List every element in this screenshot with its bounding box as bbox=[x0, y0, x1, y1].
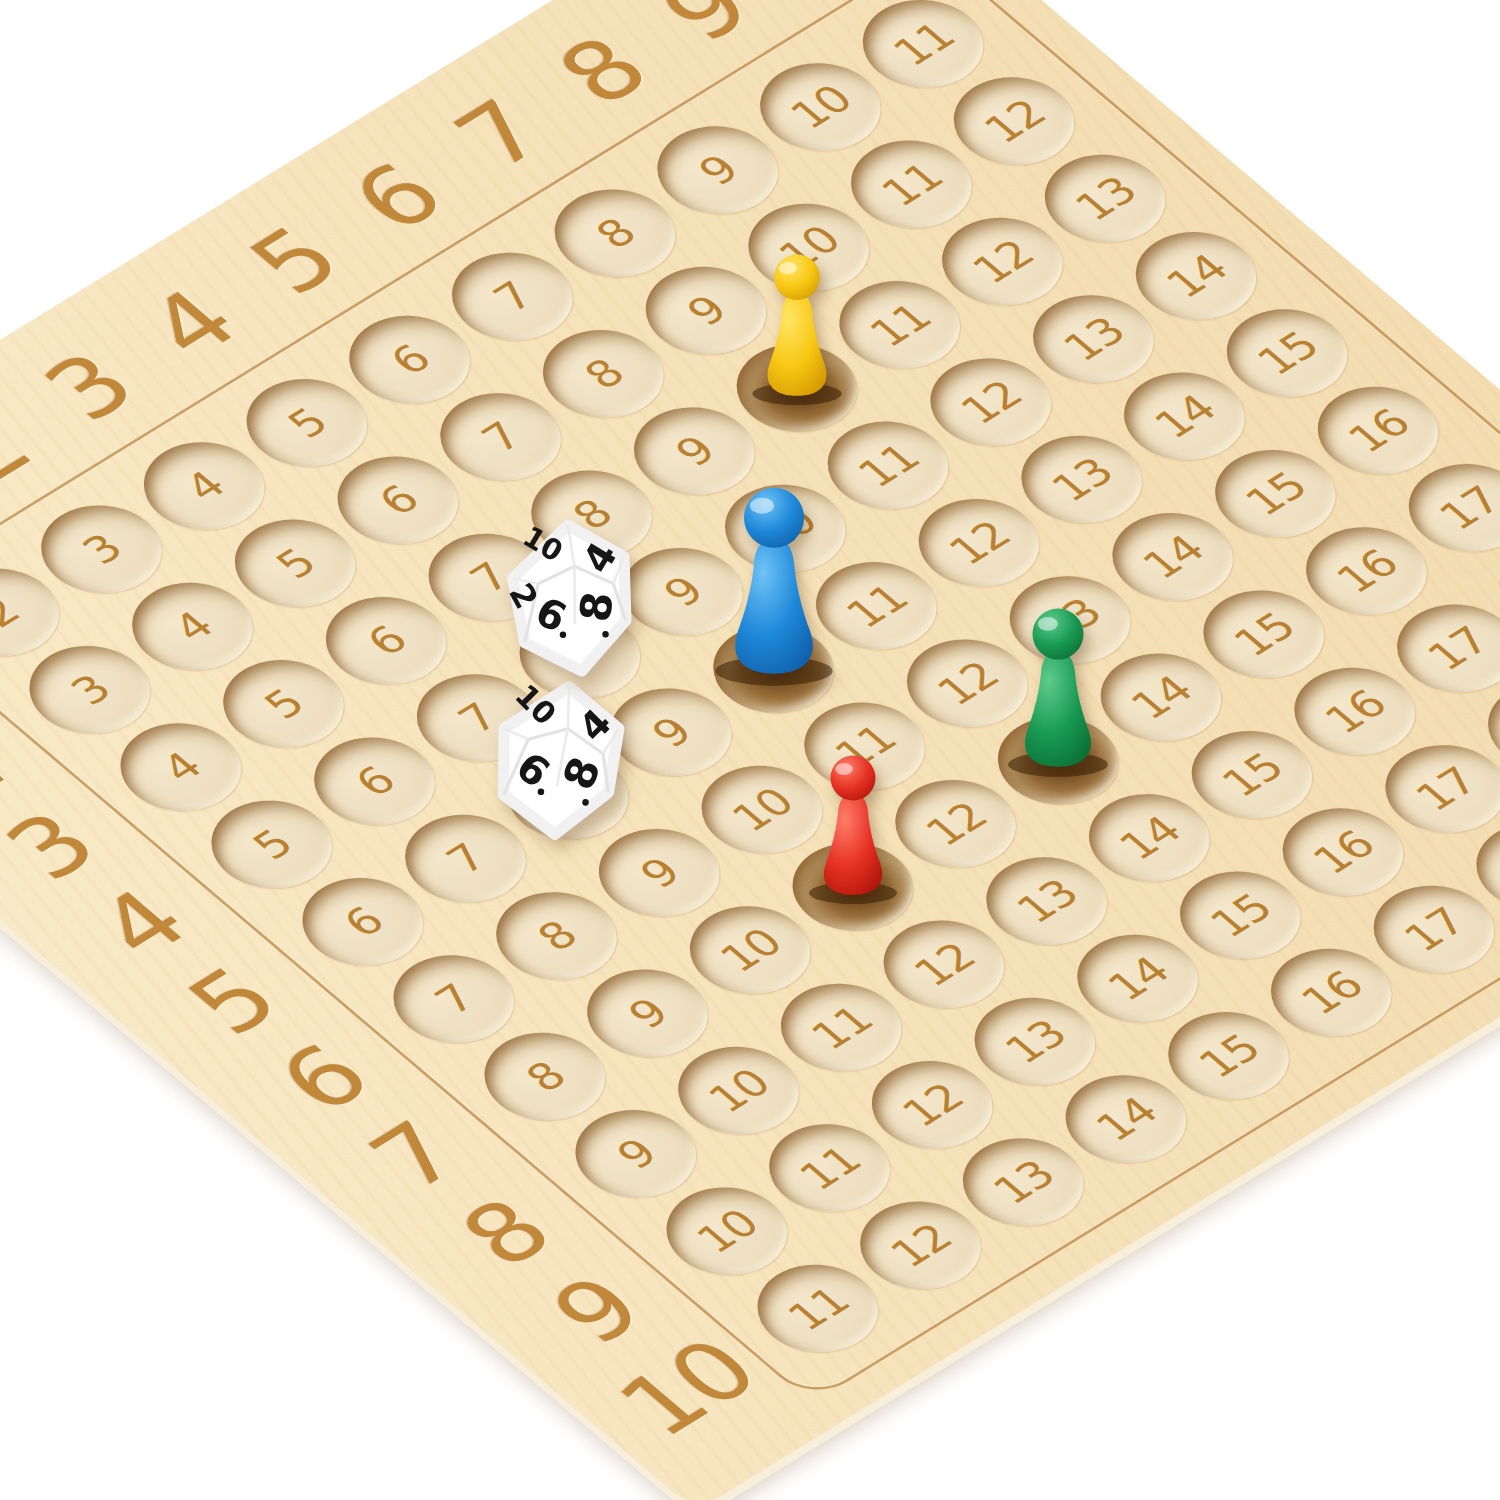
cell-number: 15 bbox=[1211, 745, 1294, 805]
cell-number: 17 bbox=[1428, 478, 1500, 538]
cell-number: 12 bbox=[961, 232, 1044, 292]
pawn-green[interactable] bbox=[1000, 608, 1116, 778]
cell-number: 11 bbox=[858, 295, 941, 355]
cell-number: 15 bbox=[1234, 464, 1317, 524]
cell-number: 7 bbox=[482, 273, 543, 319]
cell-number: 8 bbox=[514, 1053, 575, 1099]
cell-number: 12 bbox=[973, 91, 1056, 151]
cell-number: 17 bbox=[1404, 759, 1487, 819]
cell-number: 14 bbox=[1120, 667, 1203, 727]
cell-number: 5 bbox=[265, 540, 326, 586]
cell-number: 10 bbox=[709, 920, 792, 980]
cell-number: 13 bbox=[1052, 309, 1135, 369]
cell-number: 6 bbox=[368, 477, 429, 523]
cell-number: 11 bbox=[870, 154, 953, 214]
cell-number: 5 bbox=[241, 821, 302, 867]
pawn-blue[interactable] bbox=[707, 487, 841, 687]
cell-number: 10 bbox=[779, 77, 862, 137]
cell-number: 13 bbox=[982, 1152, 1065, 1212]
cell-number: 15 bbox=[1199, 885, 1282, 945]
cell-number: 15 bbox=[1222, 604, 1305, 664]
cell-number: 16 bbox=[1325, 541, 1408, 601]
cell-number: 16 bbox=[1313, 682, 1396, 742]
cell-number: 2 bbox=[0, 589, 29, 635]
pawn-red[interactable] bbox=[797, 755, 909, 905]
cell-number: 11 bbox=[788, 1138, 871, 1198]
cell-number: 14 bbox=[1096, 949, 1179, 1009]
cell-number: 14 bbox=[1143, 386, 1226, 446]
cell-number: 14 bbox=[1131, 527, 1214, 587]
cell-number: 13 bbox=[994, 1012, 1077, 1072]
cell-number: 10 bbox=[685, 1201, 768, 1261]
cell-number: 14 bbox=[1108, 808, 1191, 868]
cell-number: 12 bbox=[891, 1075, 974, 1135]
cell-number: 15 bbox=[1187, 1026, 1270, 1086]
cell-number: 11 bbox=[776, 1279, 859, 1339]
cell-number: 9 bbox=[617, 990, 678, 1036]
cell-number: 3 bbox=[59, 667, 120, 713]
pawn-yellow[interactable] bbox=[743, 254, 851, 406]
cell-number: 5 bbox=[253, 681, 314, 727]
cell-number: 4 bbox=[150, 744, 211, 790]
cell-number: 9 bbox=[687, 147, 748, 193]
cell-number: 5 bbox=[277, 400, 338, 446]
die-top[interactable]: 10 4 2 6 8 bbox=[498, 519, 648, 679]
cell-number: 12 bbox=[949, 372, 1032, 432]
cell-number: 13 bbox=[1064, 169, 1147, 229]
cell-number: 7 bbox=[423, 976, 484, 1022]
cell-number: 8 bbox=[585, 210, 646, 256]
cell-number: 17 bbox=[1416, 618, 1499, 678]
cell-number: 16 bbox=[1290, 963, 1373, 1023]
cell-number: 13 bbox=[1005, 871, 1088, 931]
cell-number: 6 bbox=[379, 337, 440, 383]
cell-number: 16 bbox=[1302, 822, 1385, 882]
cell-number: 11 bbox=[835, 576, 918, 636]
cell-number: 10 bbox=[721, 780, 804, 840]
cell-number: 7 bbox=[435, 835, 496, 881]
cell-number: 3 bbox=[71, 526, 132, 572]
cell-number: 16 bbox=[1337, 401, 1420, 461]
cell-number: 18 bbox=[1495, 836, 1500, 896]
cell-number: 9 bbox=[652, 569, 713, 615]
cell-number: 11 bbox=[847, 435, 930, 495]
cell-number: 12 bbox=[938, 513, 1021, 573]
cell-number: 11 bbox=[800, 998, 883, 1058]
cell-number: 6 bbox=[332, 899, 393, 945]
cell-number: 7 bbox=[470, 414, 531, 460]
cell-number: 8 bbox=[573, 351, 634, 397]
cell-number: 9 bbox=[676, 288, 737, 334]
cell-number: 9 bbox=[664, 428, 725, 474]
cell-number: 17 bbox=[1393, 900, 1476, 960]
board-scene: 12345678910 12345678910 2345678910113456… bbox=[0, 0, 1500, 1500]
cell-number: 8 bbox=[526, 913, 587, 959]
cell-number: 9 bbox=[629, 850, 690, 896]
addition-board: 12345678910 12345678910 2345678910113456… bbox=[0, 0, 1500, 1500]
cell-number: 10 bbox=[697, 1061, 780, 1121]
die-bottom[interactable]: 10 4 6 8 bbox=[484, 680, 636, 842]
cell-number: 14 bbox=[1085, 1089, 1168, 1149]
cell-number: 6 bbox=[356, 618, 417, 664]
cell-number: 12 bbox=[926, 653, 1009, 713]
cell-number: 9 bbox=[605, 1131, 666, 1177]
cell-number: 11 bbox=[882, 14, 965, 74]
cell-number: 6 bbox=[344, 758, 405, 804]
cell-number: 12 bbox=[879, 1215, 962, 1275]
cell-number: 4 bbox=[162, 603, 223, 649]
cell-number: 15 bbox=[1246, 323, 1329, 383]
cell-number: 4 bbox=[174, 463, 235, 509]
cell-number: 14 bbox=[1155, 246, 1238, 306]
cell-number: 13 bbox=[1040, 450, 1123, 510]
cell-number: 9 bbox=[641, 709, 702, 755]
cell-number: 12 bbox=[914, 794, 997, 854]
cell-number: 12 bbox=[903, 934, 986, 994]
